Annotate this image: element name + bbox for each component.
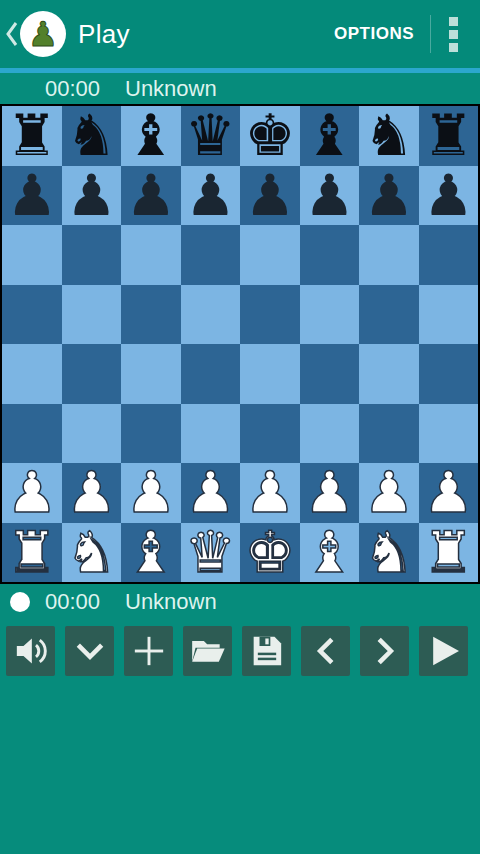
overflow-menu-icon[interactable] bbox=[441, 11, 472, 58]
square-h3[interactable] bbox=[419, 404, 479, 464]
square-e4[interactable] bbox=[240, 344, 300, 404]
piece-black-pawn: ♟ bbox=[125, 166, 176, 225]
square-c1[interactable]: ♝ bbox=[121, 523, 181, 583]
piece-white-pawn: ♟ bbox=[363, 463, 414, 522]
back-chevron-icon bbox=[5, 20, 19, 48]
game-toolbar bbox=[0, 620, 480, 676]
plus-icon bbox=[129, 631, 169, 671]
chevron-right-icon bbox=[365, 631, 405, 671]
white-clock: 00:00 bbox=[45, 589, 107, 615]
square-f5[interactable] bbox=[300, 285, 360, 345]
page-title: Play bbox=[78, 19, 130, 50]
square-d1[interactable]: ♛ bbox=[181, 523, 241, 583]
square-e7[interactable]: ♟ bbox=[240, 166, 300, 226]
square-d8[interactable]: ♛ bbox=[181, 106, 241, 166]
black-player-name: Unknown bbox=[125, 76, 217, 102]
piece-white-queen: ♛ bbox=[185, 523, 236, 582]
piece-white-pawn: ♟ bbox=[125, 463, 176, 522]
piece-white-king: ♚ bbox=[244, 523, 295, 582]
square-a6[interactable] bbox=[2, 225, 62, 285]
square-e2[interactable]: ♟ bbox=[240, 463, 300, 523]
chevron-down-icon bbox=[70, 631, 110, 671]
square-c3[interactable] bbox=[121, 404, 181, 464]
piece-black-pawn: ♟ bbox=[185, 166, 236, 225]
white-player-row: 00:00 Unknown bbox=[0, 584, 480, 620]
piece-black-pawn: ♟ bbox=[423, 166, 474, 225]
piece-black-bishop: ♝ bbox=[125, 106, 176, 165]
black-clock: 00:00 bbox=[45, 76, 107, 102]
piece-white-pawn: ♟ bbox=[66, 463, 117, 522]
piece-black-pawn: ♟ bbox=[363, 166, 414, 225]
square-b1[interactable]: ♞ bbox=[62, 523, 122, 583]
piece-black-knight: ♞ bbox=[66, 106, 117, 165]
square-b8[interactable]: ♞ bbox=[62, 106, 122, 166]
white-player-name: Unknown bbox=[125, 589, 217, 615]
square-d5[interactable] bbox=[181, 285, 241, 345]
square-c7[interactable]: ♟ bbox=[121, 166, 181, 226]
piece-black-king: ♚ bbox=[244, 106, 295, 165]
square-f1[interactable]: ♝ bbox=[300, 523, 360, 583]
piece-black-knight: ♞ bbox=[363, 106, 414, 165]
square-a2[interactable]: ♟ bbox=[2, 463, 62, 523]
piece-white-pawn: ♟ bbox=[423, 463, 474, 522]
open-button[interactable] bbox=[183, 626, 232, 676]
header-divider bbox=[430, 15, 431, 53]
piece-white-knight: ♞ bbox=[66, 523, 117, 582]
square-f6[interactable] bbox=[300, 225, 360, 285]
square-f2[interactable]: ♟ bbox=[300, 463, 360, 523]
square-h2[interactable]: ♟ bbox=[419, 463, 479, 523]
square-a4[interactable] bbox=[2, 344, 62, 404]
square-e5[interactable] bbox=[240, 285, 300, 345]
square-g4[interactable] bbox=[359, 344, 419, 404]
save-icon bbox=[247, 631, 287, 671]
square-e1[interactable]: ♚ bbox=[240, 523, 300, 583]
piece-black-rook: ♜ bbox=[6, 106, 57, 165]
square-c4[interactable] bbox=[121, 344, 181, 404]
square-a3[interactable] bbox=[2, 404, 62, 464]
square-g8[interactable]: ♞ bbox=[359, 106, 419, 166]
save-button[interactable] bbox=[242, 626, 291, 676]
folder-open-icon bbox=[188, 631, 228, 671]
square-h6[interactable] bbox=[419, 225, 479, 285]
piece-black-pawn: ♟ bbox=[244, 166, 295, 225]
square-f4[interactable] bbox=[300, 344, 360, 404]
chess-board[interactable]: ♜♞♝♛♚♝♞♜♟♟♟♟♟♟♟♟♟♟♟♟♟♟♟♟♜♞♝♛♚♝♞♜ bbox=[0, 104, 480, 584]
white-to-move-indicator bbox=[10, 592, 30, 612]
piece-black-pawn: ♟ bbox=[66, 166, 117, 225]
move-back-button[interactable] bbox=[301, 626, 350, 676]
app-logo[interactable]: ♟ bbox=[20, 11, 66, 57]
square-e6[interactable] bbox=[240, 225, 300, 285]
piece-black-bishop: ♝ bbox=[304, 106, 355, 165]
play-icon bbox=[424, 631, 464, 671]
square-d4[interactable] bbox=[181, 344, 241, 404]
auto-play-button[interactable] bbox=[419, 626, 468, 676]
square-c2[interactable]: ♟ bbox=[121, 463, 181, 523]
piece-white-pawn: ♟ bbox=[304, 463, 355, 522]
app-header: ♟ Play OPTIONS bbox=[0, 0, 480, 68]
square-b2[interactable]: ♟ bbox=[62, 463, 122, 523]
volume-button[interactable] bbox=[6, 626, 55, 676]
square-b7[interactable]: ♟ bbox=[62, 166, 122, 226]
square-g2[interactable]: ♟ bbox=[359, 463, 419, 523]
piece-black-rook: ♜ bbox=[423, 106, 474, 165]
square-c5[interactable] bbox=[121, 285, 181, 345]
piece-black-pawn: ♟ bbox=[6, 166, 57, 225]
piece-white-pawn: ♟ bbox=[244, 463, 295, 522]
square-a5[interactable] bbox=[2, 285, 62, 345]
square-g5[interactable] bbox=[359, 285, 419, 345]
square-f8[interactable]: ♝ bbox=[300, 106, 360, 166]
square-h4[interactable] bbox=[419, 344, 479, 404]
square-c8[interactable]: ♝ bbox=[121, 106, 181, 166]
piece-white-knight: ♞ bbox=[363, 523, 414, 582]
square-f3[interactable] bbox=[300, 404, 360, 464]
square-e3[interactable] bbox=[240, 404, 300, 464]
square-g1[interactable]: ♞ bbox=[359, 523, 419, 583]
square-h1[interactable]: ♜ bbox=[419, 523, 479, 583]
square-a8[interactable]: ♜ bbox=[2, 106, 62, 166]
square-h5[interactable] bbox=[419, 285, 479, 345]
back-button[interactable] bbox=[4, 19, 20, 49]
square-a7[interactable]: ♟ bbox=[2, 166, 62, 226]
chess-app: ♟ Play OPTIONS 00:00 Unknown ♜♞♝♛♚♝♞♜♟♟♟… bbox=[0, 0, 480, 854]
piece-black-pawn: ♟ bbox=[304, 166, 355, 225]
move-forward-button[interactable] bbox=[360, 626, 409, 676]
green-pawn-icon: ♟ bbox=[28, 11, 58, 57]
square-d6[interactable] bbox=[181, 225, 241, 285]
piece-white-rook: ♜ bbox=[6, 523, 57, 582]
square-d3[interactable] bbox=[181, 404, 241, 464]
square-d2[interactable]: ♟ bbox=[181, 463, 241, 523]
square-c6[interactable] bbox=[121, 225, 181, 285]
piece-white-rook: ♜ bbox=[423, 523, 474, 582]
square-f7[interactable]: ♟ bbox=[300, 166, 360, 226]
piece-white-pawn: ♟ bbox=[6, 463, 57, 522]
square-h8[interactable]: ♜ bbox=[419, 106, 479, 166]
square-b6[interactable] bbox=[62, 225, 122, 285]
square-h7[interactable]: ♟ bbox=[419, 166, 479, 226]
square-b5[interactable] bbox=[62, 285, 122, 345]
piece-white-pawn: ♟ bbox=[185, 463, 236, 522]
piece-white-bishop: ♝ bbox=[125, 523, 176, 582]
square-a1[interactable]: ♜ bbox=[2, 523, 62, 583]
options-button[interactable]: OPTIONS bbox=[324, 10, 424, 58]
square-d7[interactable]: ♟ bbox=[181, 166, 241, 226]
square-b4[interactable] bbox=[62, 344, 122, 404]
square-b3[interactable] bbox=[62, 404, 122, 464]
piece-white-bishop: ♝ bbox=[304, 523, 355, 582]
collapse-button[interactable] bbox=[65, 626, 114, 676]
piece-black-queen: ♛ bbox=[185, 106, 236, 165]
new-game-button[interactable] bbox=[124, 626, 173, 676]
chevron-left-icon bbox=[306, 631, 346, 671]
black-player-row: 00:00 Unknown bbox=[0, 73, 480, 104]
square-g7[interactable]: ♟ bbox=[359, 166, 419, 226]
square-g3[interactable] bbox=[359, 404, 419, 464]
square-g6[interactable] bbox=[359, 225, 419, 285]
square-e8[interactable]: ♚ bbox=[240, 106, 300, 166]
volume-icon bbox=[11, 631, 51, 671]
